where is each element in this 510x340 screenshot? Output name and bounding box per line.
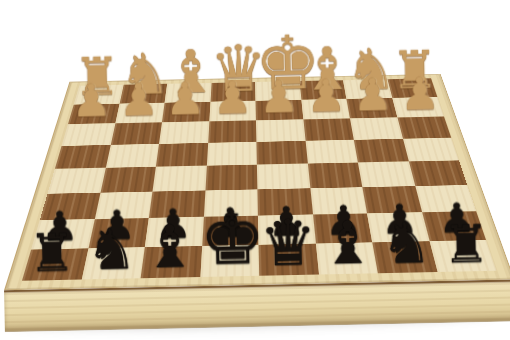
square-f3[interactable] — [159, 121, 209, 143]
black-king-e8[interactable]: ♚ — [199, 204, 260, 274]
square-c4[interactable] — [305, 140, 358, 164]
square-h2[interactable]: ♟ — [68, 103, 119, 124]
square-e4[interactable] — [206, 142, 256, 166]
black-bishop-c8[interactable]: ♝ — [317, 215, 377, 272]
square-a5[interactable] — [408, 160, 467, 186]
square-g8[interactable]: ♞ — [81, 247, 145, 280]
square-g3[interactable] — [110, 122, 162, 144]
black-rook-h8[interactable]: ♜ — [22, 228, 82, 278]
square-b4[interactable] — [354, 139, 409, 163]
white-pawn-d2[interactable]: ♟ — [255, 75, 303, 118]
square-b8[interactable]: ♞ — [372, 241, 437, 273]
square-h5[interactable] — [48, 168, 106, 194]
square-a3[interactable] — [397, 116, 451, 138]
square-c2[interactable]: ♟ — [301, 99, 350, 120]
square-b3[interactable] — [350, 117, 403, 139]
square-a4[interactable] — [402, 138, 458, 162]
white-pawn-a2[interactable]: ♟ — [396, 73, 444, 116]
square-g5[interactable] — [100, 167, 156, 193]
square-f5[interactable] — [153, 166, 207, 192]
square-d4[interactable] — [256, 141, 307, 165]
square-d2[interactable]: ♟ — [256, 100, 303, 121]
square-f8[interactable]: ♝ — [141, 246, 202, 279]
square-f4[interactable] — [156, 143, 208, 167]
white-pawn-b2[interactable]: ♟ — [349, 74, 397, 117]
square-h8[interactable]: ♜ — [22, 248, 88, 281]
square-f2[interactable]: ♟ — [162, 102, 210, 123]
square-a2[interactable]: ♟ — [392, 97, 444, 118]
square-b5[interactable] — [358, 161, 415, 187]
black-knight-b8[interactable]: ♞ — [376, 216, 436, 271]
black-rook-a8[interactable]: ♜ — [435, 219, 495, 269]
white-pawn-c2[interactable]: ♟ — [302, 75, 350, 118]
white-pawn-h2[interactable]: ♟ — [68, 79, 116, 122]
black-knight-g8[interactable]: ♞ — [81, 222, 141, 277]
square-d5[interactable] — [257, 163, 310, 189]
board-squares: ♜♞♝♛♚♝♞♜♟♟♟♟♟♟♟♟♟♟♟♟♟♟♟♟♜♞♝♚♛♝♞♜ — [22, 78, 497, 280]
square-h3[interactable] — [62, 123, 115, 145]
square-a8[interactable]: ♜ — [429, 240, 496, 272]
black-queen-d8[interactable]: ♛ — [258, 212, 318, 273]
square-b2[interactable]: ♟ — [346, 98, 397, 119]
white-pawn-e2[interactable]: ♟ — [208, 76, 256, 119]
square-g4[interactable] — [105, 144, 159, 168]
square-g2[interactable]: ♟ — [115, 102, 165, 123]
square-e5[interactable] — [205, 165, 257, 191]
square-h4[interactable] — [55, 145, 110, 169]
square-c3[interactable] — [303, 118, 354, 140]
perspective-scene: ♜♞♝♛♚♝♞♜♟♟♟♟♟♟♟♟♟♟♟♟♟♟♟♟♜♞♝♚♛♝♞♜ — [0, 0, 510, 340]
square-d3[interactable] — [256, 119, 305, 141]
chess-photo: ♜♞♝♛♚♝♞♜♟♟♟♟♟♟♟♟♟♟♟♟♟♟♟♟♜♞♝♚♛♝♞♜ — [0, 0, 510, 340]
square-d8[interactable]: ♛ — [259, 243, 319, 276]
black-bishop-f8[interactable]: ♝ — [140, 219, 200, 276]
square-e8[interactable]: ♚ — [200, 245, 259, 278]
chess-board: ♜♞♝♛♚♝♞♜♟♟♟♟♟♟♟♟♟♟♟♟♟♟♟♟♜♞♝♚♛♝♞♜ — [4, 74, 510, 290]
square-e3[interactable] — [208, 120, 257, 142]
white-pawn-f2[interactable]: ♟ — [161, 77, 209, 120]
square-c8[interactable]: ♝ — [315, 242, 377, 274]
square-c5[interactable] — [307, 162, 362, 188]
square-e2[interactable]: ♟ — [209, 101, 256, 122]
white-pawn-g2[interactable]: ♟ — [114, 78, 162, 121]
